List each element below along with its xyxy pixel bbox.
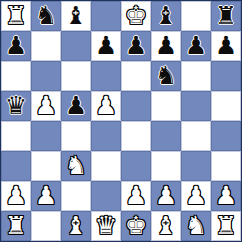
square-d5[interactable]: ♟ (91, 91, 121, 121)
piece-white-pawn: ♟ (215, 183, 237, 208)
square-e7[interactable]: ♟ (121, 31, 151, 61)
piece-white-bishop: ♝ (155, 213, 177, 238)
piece-black-knight: ♞ (155, 63, 177, 88)
square-e8[interactable]: ♚ (121, 1, 151, 31)
square-f4[interactable] (151, 121, 181, 151)
square-f3[interactable] (151, 151, 181, 181)
piece-white-pawn: ♟ (35, 93, 57, 118)
square-f2[interactable]: ♟ (151, 181, 181, 211)
square-b8[interactable]: ♞ (31, 1, 61, 31)
piece-black-bishop: ♝ (155, 3, 177, 28)
square-a8[interactable]: ♜ (1, 1, 31, 31)
square-h5[interactable] (211, 91, 241, 121)
square-e3[interactable] (121, 151, 151, 181)
square-b6[interactable] (31, 61, 61, 91)
square-b3[interactable] (31, 151, 61, 181)
piece-black-pawn: ♟ (215, 33, 237, 58)
square-d2[interactable] (91, 181, 121, 211)
square-e4[interactable] (121, 121, 151, 151)
piece-white-queen: ♛ (95, 213, 117, 238)
piece-black-pawn: ♟ (155, 33, 177, 58)
square-h1[interactable]: ♜ (211, 211, 241, 241)
piece-white-pawn: ♟ (95, 93, 117, 118)
piece-black-bishop: ♝ (65, 3, 87, 28)
square-c3[interactable]: ♞ (61, 151, 91, 181)
piece-black-rook: ♜ (215, 3, 237, 28)
square-b4[interactable] (31, 121, 61, 151)
square-h6[interactable] (211, 61, 241, 91)
square-g7[interactable]: ♟ (181, 31, 211, 61)
square-e5[interactable] (121, 91, 151, 121)
square-f8[interactable]: ♝ (151, 1, 181, 31)
square-c4[interactable] (61, 121, 91, 151)
piece-black-queen: ♛ (5, 93, 27, 118)
piece-black-pawn: ♟ (5, 33, 27, 58)
piece-white-king: ♚ (125, 213, 147, 238)
square-h7[interactable]: ♟ (211, 31, 241, 61)
square-b7[interactable] (31, 31, 61, 61)
square-f1[interactable]: ♝ (151, 211, 181, 241)
piece-white-knight: ♞ (185, 213, 207, 238)
square-c6[interactable] (61, 61, 91, 91)
square-f7[interactable]: ♟ (151, 31, 181, 61)
square-d4[interactable] (91, 121, 121, 151)
piece-black-pawn: ♟ (185, 33, 207, 58)
piece-black-pawn: ♟ (95, 33, 117, 58)
square-g6[interactable] (181, 61, 211, 91)
square-d8[interactable] (91, 1, 121, 31)
piece-black-pawn: ♟ (65, 93, 87, 118)
piece-white-pawn: ♟ (35, 183, 57, 208)
square-b2[interactable]: ♟ (31, 181, 61, 211)
piece-white-king: ♚ (125, 3, 147, 28)
square-a1[interactable]: ♜ (1, 211, 31, 241)
piece-white-pawn: ♟ (155, 183, 177, 208)
square-g3[interactable] (181, 151, 211, 181)
square-a3[interactable] (1, 151, 31, 181)
square-f5[interactable] (151, 91, 181, 121)
square-c5[interactable]: ♟ (61, 91, 91, 121)
square-c2[interactable] (61, 181, 91, 211)
square-a6[interactable] (1, 61, 31, 91)
square-d3[interactable] (91, 151, 121, 181)
square-h3[interactable] (211, 151, 241, 181)
piece-white-rook: ♜ (5, 213, 27, 238)
piece-white-pawn: ♟ (125, 183, 147, 208)
square-d1[interactable]: ♛ (91, 211, 121, 241)
piece-black-pawn: ♟ (125, 33, 147, 58)
piece-white-knight: ♞ (65, 153, 87, 178)
square-a5[interactable]: ♛ (1, 91, 31, 121)
square-a2[interactable]: ♟ (1, 181, 31, 211)
square-e6[interactable] (121, 61, 151, 91)
square-a7[interactable]: ♟ (1, 31, 31, 61)
square-a4[interactable] (1, 121, 31, 151)
piece-white-pawn: ♟ (5, 183, 27, 208)
chess-board: ♜♞♝♚♝♜♟♟♟♟♟♟♞♛♟♟♟♞♟♟♟♟♟♟♜♝♛♚♝♞♜ (0, 0, 242, 242)
piece-white-rook: ♜ (215, 213, 237, 238)
square-b1[interactable] (31, 211, 61, 241)
piece-white-pawn: ♟ (185, 183, 207, 208)
square-e1[interactable]: ♚ (121, 211, 151, 241)
piece-white-bishop: ♝ (65, 213, 87, 238)
square-d6[interactable] (91, 61, 121, 91)
square-h4[interactable] (211, 121, 241, 151)
square-b5[interactable]: ♟ (31, 91, 61, 121)
square-h2[interactable]: ♟ (211, 181, 241, 211)
square-c8[interactable]: ♝ (61, 1, 91, 31)
square-h8[interactable]: ♜ (211, 1, 241, 31)
piece-white-rook: ♜ (5, 3, 27, 28)
piece-black-knight: ♞ (35, 3, 57, 28)
square-d7[interactable]: ♟ (91, 31, 121, 61)
square-g2[interactable]: ♟ (181, 181, 211, 211)
square-g5[interactable] (181, 91, 211, 121)
square-g4[interactable] (181, 121, 211, 151)
square-f6[interactable]: ♞ (151, 61, 181, 91)
square-e2[interactable]: ♟ (121, 181, 151, 211)
square-c7[interactable] (61, 31, 91, 61)
square-c1[interactable]: ♝ (61, 211, 91, 241)
square-g8[interactable] (181, 1, 211, 31)
square-g1[interactable]: ♞ (181, 211, 211, 241)
